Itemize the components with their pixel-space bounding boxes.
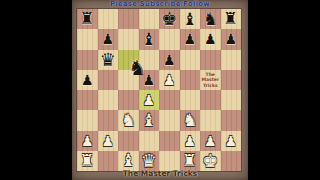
square-b1[interactable] xyxy=(98,151,119,171)
white-pawn[interactable]: ♟ xyxy=(142,93,155,107)
white-pawn[interactable]: ♟ xyxy=(163,73,176,87)
black-pawn[interactable]: ♟ xyxy=(204,32,217,46)
square-g6[interactable] xyxy=(200,50,221,70)
square-f4[interactable] xyxy=(180,90,201,110)
square-a7[interactable] xyxy=(77,29,98,49)
square-g2[interactable]: ♟ xyxy=(200,131,221,151)
white-bishop[interactable]: ♝ xyxy=(141,112,156,129)
square-e4[interactable] xyxy=(159,90,180,110)
bottom-banner-text: The Master Tricks xyxy=(72,169,248,179)
black-rook[interactable]: ♜ xyxy=(223,11,238,28)
square-d8[interactable] xyxy=(139,9,160,29)
square-c3[interactable]: ♞ xyxy=(118,110,139,130)
black-pawn[interactable]: ♟ xyxy=(101,32,114,46)
black-rook[interactable]: ♜ xyxy=(80,11,95,28)
square-f2[interactable]: ♟ xyxy=(180,131,201,151)
square-a2[interactable]: ♟ xyxy=(77,131,98,151)
square-h2[interactable]: ♟ xyxy=(221,131,242,151)
black-king[interactable]: ♚ xyxy=(161,10,177,28)
white-bishop[interactable]: ♝ xyxy=(121,152,136,169)
square-h6[interactable] xyxy=(221,50,242,70)
square-b6[interactable]: ♛ xyxy=(98,50,119,70)
square-g8[interactable]: ♞ xyxy=(200,9,221,29)
square-f1[interactable]: ♜ xyxy=(180,151,201,171)
white-pawn[interactable]: ♟ xyxy=(81,134,94,148)
square-c8[interactable] xyxy=(118,9,139,29)
square-h4[interactable] xyxy=(221,90,242,110)
top-banner-text: Please Subscribe/Follow xyxy=(72,0,248,9)
square-c6[interactable]: ♞ xyxy=(118,50,139,70)
chess-board: The Master Tricks ♜♚♝♞♜♟♝♟♟♟♛♞♟♟♟♟♟♞♝♞♟♟… xyxy=(77,9,241,171)
square-e2[interactable] xyxy=(159,131,180,151)
black-bishop[interactable]: ♝ xyxy=(141,31,156,48)
square-f6[interactable] xyxy=(180,50,201,70)
square-g3[interactable] xyxy=(200,110,221,130)
white-pawn[interactable]: ♟ xyxy=(204,134,217,148)
square-c1[interactable]: ♝ xyxy=(118,151,139,171)
square-a6[interactable] xyxy=(77,50,98,70)
white-pawn[interactable]: ♟ xyxy=(224,134,237,148)
square-a8[interactable]: ♜ xyxy=(77,9,98,29)
black-bishop[interactable]: ♝ xyxy=(182,11,197,28)
white-knight[interactable]: ♞ xyxy=(121,112,136,129)
black-pawn[interactable]: ♟ xyxy=(163,53,176,67)
square-a3[interactable] xyxy=(77,110,98,130)
square-g1[interactable]: ♚ xyxy=(200,151,221,171)
square-e6[interactable]: ♟ xyxy=(159,50,180,70)
square-b8[interactable] xyxy=(98,9,119,29)
square-f8[interactable]: ♝ xyxy=(180,9,201,29)
square-a4[interactable] xyxy=(77,90,98,110)
square-e8[interactable]: ♚ xyxy=(159,9,180,29)
square-f7[interactable]: ♟ xyxy=(180,29,201,49)
square-e1[interactable] xyxy=(159,151,180,171)
square-e5[interactable]: ♟ xyxy=(159,70,180,90)
square-g7[interactable]: ♟ xyxy=(200,29,221,49)
white-rook[interactable]: ♜ xyxy=(80,153,95,170)
square-b2[interactable]: ♟ xyxy=(98,131,119,151)
square-f3[interactable]: ♞ xyxy=(180,110,201,130)
white-queen[interactable]: ♛ xyxy=(141,152,157,170)
white-king[interactable]: ♚ xyxy=(202,152,218,170)
square-d1[interactable]: ♛ xyxy=(139,151,160,171)
black-knight[interactable]: ♞ xyxy=(203,11,218,28)
square-b7[interactable]: ♟ xyxy=(98,29,119,49)
square-g4[interactable] xyxy=(200,90,221,110)
square-h8[interactable]: ♜ xyxy=(221,9,242,29)
white-pawn[interactable]: ♟ xyxy=(101,134,114,148)
square-c2[interactable] xyxy=(118,131,139,151)
black-pawn[interactable]: ♟ xyxy=(183,32,196,46)
white-rook[interactable]: ♜ xyxy=(182,153,197,170)
black-knight[interactable]: ♞ xyxy=(128,58,146,78)
square-h1[interactable] xyxy=(221,151,242,171)
square-b5[interactable] xyxy=(98,70,119,90)
white-pawn[interactable]: ♟ xyxy=(183,134,196,148)
square-d2[interactable] xyxy=(139,131,160,151)
black-pawn[interactable]: ♟ xyxy=(224,32,237,46)
square-c7[interactable] xyxy=(118,29,139,49)
video-frame: Please Subscribe/Follow The Master Trick… xyxy=(0,0,320,180)
square-a5[interactable]: ♟ xyxy=(77,70,98,90)
square-h3[interactable] xyxy=(221,110,242,130)
square-c4[interactable] xyxy=(118,90,139,110)
square-d7[interactable]: ♝ xyxy=(139,29,160,49)
square-e7[interactable] xyxy=(159,29,180,49)
square-b4[interactable] xyxy=(98,90,119,110)
white-knight[interactable]: ♞ xyxy=(182,112,197,129)
square-a1[interactable]: ♜ xyxy=(77,151,98,171)
square-d3[interactable]: ♝ xyxy=(139,110,160,130)
black-pawn[interactable]: ♟ xyxy=(81,73,94,87)
square-b3[interactable] xyxy=(98,110,119,130)
square-g5[interactable] xyxy=(200,70,221,90)
square-d4[interactable]: ♟ xyxy=(139,90,160,110)
square-e3[interactable] xyxy=(159,110,180,130)
square-h5[interactable] xyxy=(221,70,242,90)
square-f5[interactable] xyxy=(180,70,201,90)
black-queen[interactable]: ♛ xyxy=(100,51,116,69)
square-h7[interactable]: ♟ xyxy=(221,29,242,49)
